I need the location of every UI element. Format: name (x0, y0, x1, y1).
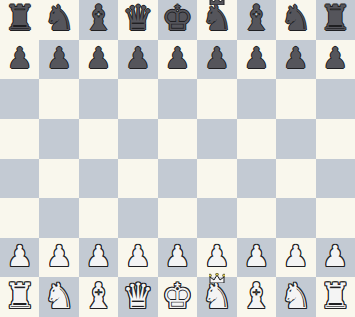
piece-white-pawn-a2[interactable]: ♟ (7, 242, 33, 271)
square-d1[interactable]: ♛ (118, 277, 157, 317)
square-h6[interactable] (276, 79, 315, 119)
piece-black-rook-i8[interactable]: ♜ (320, 1, 351, 36)
square-b6[interactable] (39, 79, 78, 119)
square-i8[interactable]: ♜ (316, 0, 355, 40)
piece-white-king-e1[interactable]: ♚ (162, 279, 193, 314)
square-f2[interactable]: ♟ (197, 238, 236, 278)
square-e7[interactable]: ♟ (158, 40, 197, 80)
piece-white-pawn-b2[interactable]: ♟ (46, 242, 72, 271)
square-d6[interactable] (118, 79, 157, 119)
piece-white-bishop-g1[interactable]: ♝ (241, 279, 272, 314)
piece-black-pawn-g7[interactable]: ♟ (243, 44, 269, 73)
square-g6[interactable] (237, 79, 276, 119)
piece-white-rook-i1[interactable]: ♜ (320, 279, 351, 314)
piece-black-pawn-h7[interactable]: ♟ (283, 44, 309, 73)
piece-white-knight-h1[interactable]: ♞ (280, 279, 311, 314)
square-d2[interactable]: ♟ (118, 238, 157, 278)
piece-white-pawn-e2[interactable]: ♟ (164, 242, 190, 271)
square-g5[interactable] (237, 119, 276, 159)
square-g4[interactable] (237, 159, 276, 199)
square-i6[interactable] (316, 79, 355, 119)
square-i4[interactable] (316, 159, 355, 199)
piece-white-pawn-h2[interactable]: ♟ (283, 242, 309, 271)
square-h2[interactable]: ♟ (276, 238, 315, 278)
piece-white-bishop-c1[interactable]: ♝ (83, 279, 114, 314)
piece-white-queen-d1[interactable]: ♛ (122, 279, 153, 314)
square-d5[interactable] (118, 119, 157, 159)
square-e3[interactable] (158, 198, 197, 238)
square-c2[interactable]: ♟ (79, 238, 118, 278)
square-e2[interactable]: ♟ (158, 238, 197, 278)
square-b4[interactable] (39, 159, 78, 199)
square-c1[interactable]: ♝ (79, 277, 118, 317)
square-a8[interactable]: ♜ (0, 0, 39, 40)
square-f4[interactable] (197, 159, 236, 199)
piece-black-pawn-f7[interactable]: ♟ (204, 44, 230, 73)
square-f8[interactable]: ♞ (197, 0, 236, 40)
square-h3[interactable] (276, 198, 315, 238)
square-f5[interactable] (197, 119, 236, 159)
square-b8[interactable]: ♞ (39, 0, 78, 40)
square-f6[interactable] (197, 79, 236, 119)
square-g1[interactable]: ♝ (237, 277, 276, 317)
piece-white-pawn-c2[interactable]: ♟ (86, 242, 112, 271)
square-a2[interactable]: ♟ (0, 238, 39, 278)
square-g7[interactable]: ♟ (237, 40, 276, 80)
piece-black-pawn-i7[interactable]: ♟ (322, 44, 348, 73)
square-e5[interactable] (158, 119, 197, 159)
square-g3[interactable] (237, 198, 276, 238)
piece-black-knight-b8[interactable]: ♞ (43, 1, 74, 36)
square-c7[interactable]: ♟ (79, 40, 118, 80)
square-c6[interactable] (79, 79, 118, 119)
square-i1[interactable]: ♜ (316, 277, 355, 317)
square-i3[interactable] (316, 198, 355, 238)
square-a7[interactable]: ♟ (0, 40, 39, 80)
piece-black-bishop-c8[interactable]: ♝ (83, 1, 114, 36)
square-c5[interactable] (79, 119, 118, 159)
square-h7[interactable]: ♟ (276, 40, 315, 80)
square-h5[interactable] (276, 119, 315, 159)
square-h4[interactable] (276, 159, 315, 199)
square-b5[interactable] (39, 119, 78, 159)
square-c4[interactable] (79, 159, 118, 199)
piece-white-pawn-g2[interactable]: ♟ (243, 242, 269, 271)
square-e1[interactable]: ♚ (158, 277, 197, 317)
square-i7[interactable]: ♟ (316, 40, 355, 80)
square-i5[interactable] (316, 119, 355, 159)
square-g8[interactable]: ♝ (237, 0, 276, 40)
piece-black-chancellor-f8[interactable]: ♞ (201, 1, 232, 36)
piece-white-chancellor-f1[interactable]: ♞ (201, 279, 232, 314)
square-h8[interactable]: ♞ (276, 0, 315, 40)
square-e6[interactable] (158, 79, 197, 119)
square-d4[interactable] (118, 159, 157, 199)
piece-black-pawn-a7[interactable]: ♟ (7, 44, 33, 73)
piece-black-pawn-d7[interactable]: ♟ (125, 44, 151, 73)
square-g2[interactable]: ♟ (237, 238, 276, 278)
square-d7[interactable]: ♟ (118, 40, 157, 80)
square-d8[interactable]: ♛ (118, 0, 157, 40)
square-d3[interactable] (118, 198, 157, 238)
square-h1[interactable]: ♞ (276, 277, 315, 317)
chess-app-window: ♜♞♝♛♚♞♝♞♜♟♟♟♟♟♟♟♟♟♟♟♟♟♟♟♟♟♟♜♞♝♛♚♞♝♞♜ (0, 0, 355, 317)
piece-black-rook-a8[interactable]: ♜ (4, 1, 35, 36)
piece-black-bishop-g8[interactable]: ♝ (241, 1, 272, 36)
square-e4[interactable] (158, 159, 197, 199)
piece-black-pawn-b7[interactable]: ♟ (46, 44, 72, 73)
piece-white-rook-a1[interactable]: ♜ (4, 279, 35, 314)
piece-black-queen-d8[interactable]: ♛ (122, 1, 153, 36)
square-a4[interactable] (0, 159, 39, 199)
piece-black-pawn-e7[interactable]: ♟ (164, 44, 190, 73)
square-a5[interactable] (0, 119, 39, 159)
square-c3[interactable] (79, 198, 118, 238)
piece-white-knight-b1[interactable]: ♞ (43, 279, 74, 314)
chancellor-crown-icon (209, 273, 225, 283)
square-f3[interactable] (197, 198, 236, 238)
chancellor-crown-icon (209, 0, 225, 5)
square-f1[interactable]: ♞ (197, 277, 236, 317)
square-a3[interactable] (0, 198, 39, 238)
square-b7[interactable]: ♟ (39, 40, 78, 80)
chess-board: ♜♞♝♛♚♞♝♞♜♟♟♟♟♟♟♟♟♟♟♟♟♟♟♟♟♟♟♜♞♝♛♚♞♝♞♜ (0, 0, 355, 317)
square-b1[interactable]: ♞ (39, 277, 78, 317)
square-b3[interactable] (39, 198, 78, 238)
piece-white-pawn-f2[interactable]: ♟ (204, 242, 230, 271)
square-f7[interactable]: ♟ (197, 40, 236, 80)
square-a6[interactable] (0, 79, 39, 119)
square-b2[interactable]: ♟ (39, 238, 78, 278)
piece-white-pawn-i2[interactable]: ♟ (322, 242, 348, 271)
piece-black-knight-h8[interactable]: ♞ (280, 1, 311, 36)
piece-white-pawn-d2[interactable]: ♟ (125, 242, 151, 271)
square-e8[interactable]: ♚ (158, 0, 197, 40)
piece-black-pawn-c7[interactable]: ♟ (86, 44, 112, 73)
square-i2[interactable]: ♟ (316, 238, 355, 278)
square-c8[interactable]: ♝ (79, 0, 118, 40)
piece-black-king-e8[interactable]: ♚ (162, 1, 193, 36)
square-a1[interactable]: ♜ (0, 277, 39, 317)
